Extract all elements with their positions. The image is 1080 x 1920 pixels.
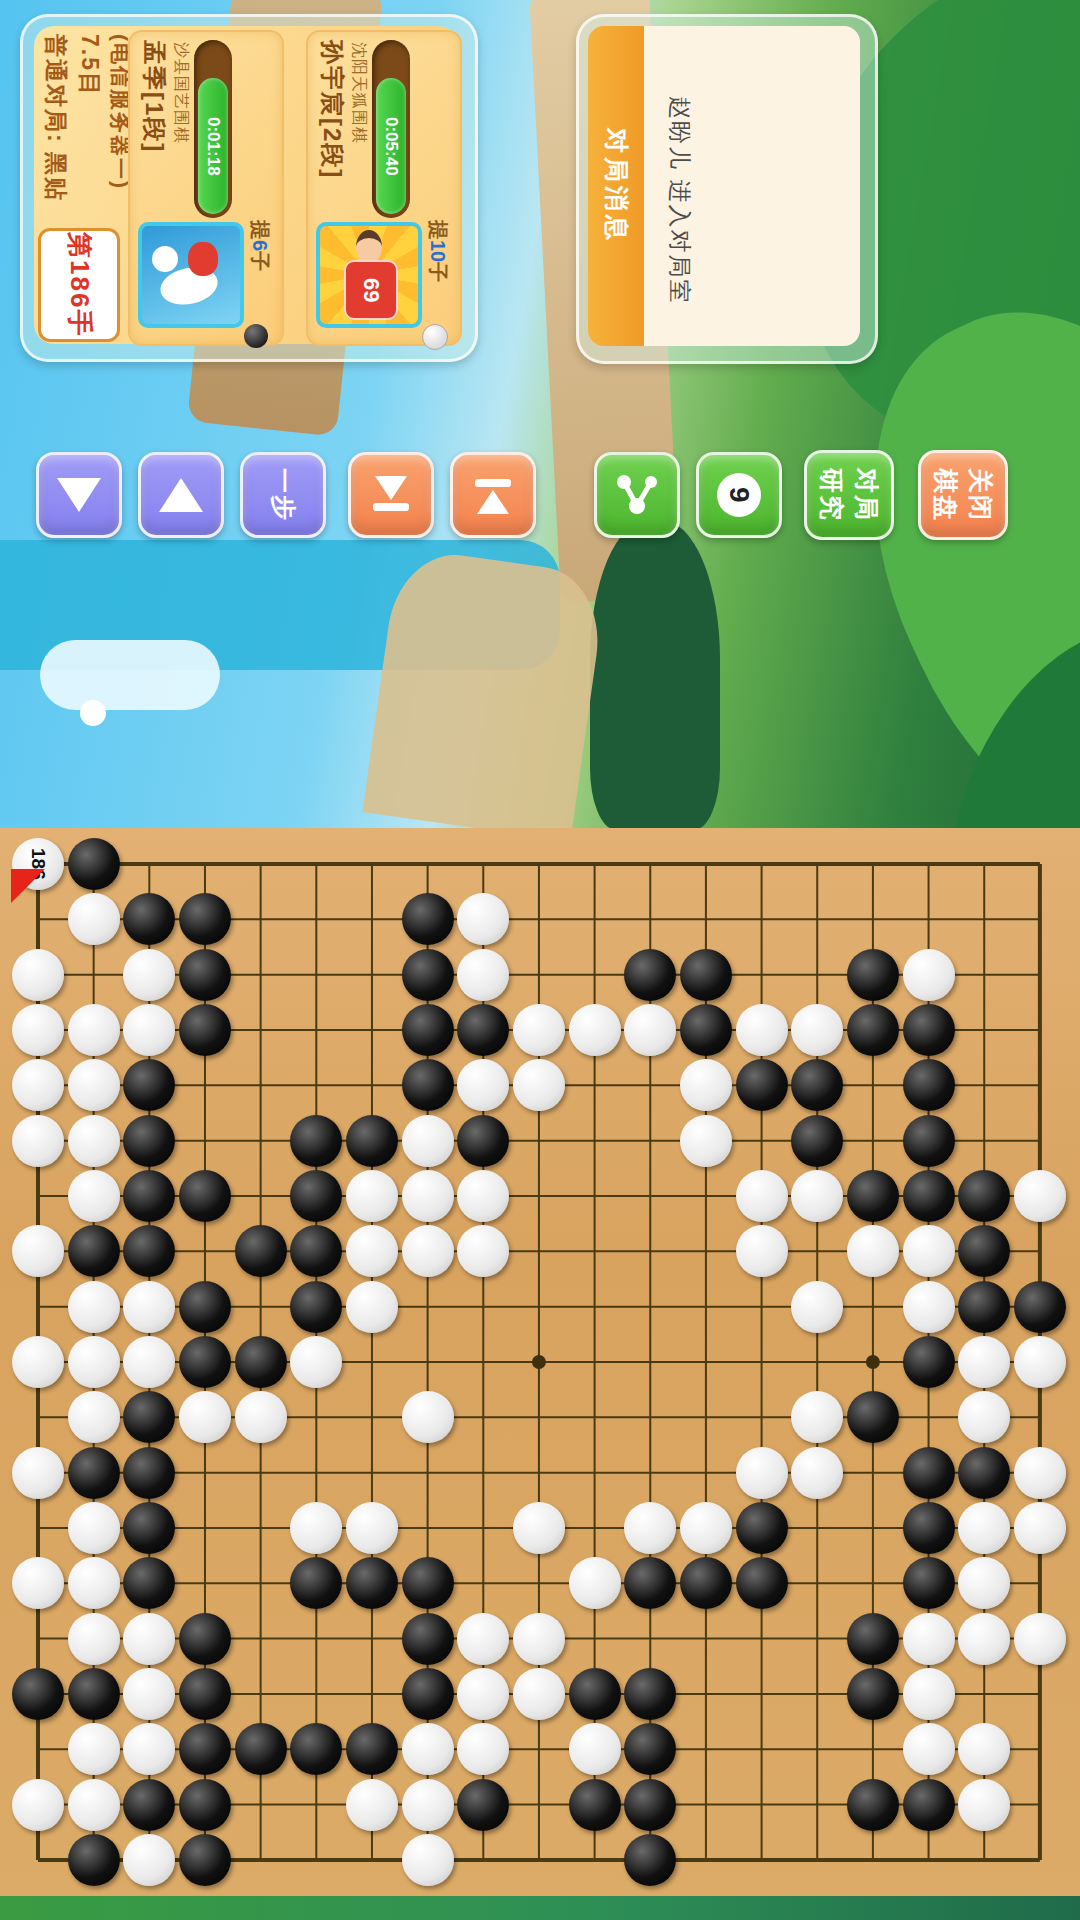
black-stone-17-10 <box>903 1336 955 1388</box>
black-stone-6-9 <box>290 1281 342 1333</box>
black-stone-7-17 <box>346 1723 398 1775</box>
black-stone-16-7 <box>847 1170 899 1222</box>
black-stone-8-14 <box>402 1557 454 1609</box>
black-stone-4-17 <box>179 1723 231 1775</box>
white-stone-2-15 <box>68 1613 120 1665</box>
white-stone-2-6 <box>68 1115 120 1167</box>
white-stone-18-18 <box>958 1779 1010 1831</box>
white-stone-3-3 <box>123 949 175 1001</box>
white-stone-7-8 <box>346 1225 398 1277</box>
badge-number: 69 <box>358 278 384 302</box>
pine-tree <box>590 520 720 830</box>
black-stone-14-14 <box>736 1557 788 1609</box>
black-stone-2-16 <box>68 1668 120 1720</box>
black-stone-2-12 <box>68 1447 120 1499</box>
white-stone-2-17 <box>68 1723 120 1775</box>
white-stone-17-15 <box>903 1613 955 1665</box>
white-stone-3-4 <box>123 1004 175 1056</box>
nav-back-button[interactable] <box>36 452 122 538</box>
nine-board-button[interactable]: 9 <box>696 452 782 538</box>
black-stone-9-18 <box>457 1779 509 1831</box>
skip-start-icon <box>477 490 509 514</box>
white-stone-4-11 <box>179 1391 231 1443</box>
white-stone-6-13 <box>290 1502 342 1554</box>
black-stone-7-6 <box>346 1115 398 1167</box>
black-stone-13-4 <box>680 1004 732 1056</box>
black-stone-4-2 <box>179 893 231 945</box>
white-stone-19-10 <box>1014 1336 1066 1388</box>
move-number-label: 第186手 <box>62 232 97 337</box>
skip-bar-icon <box>475 479 511 487</box>
white-stone-7-13 <box>346 1502 398 1554</box>
white-stone-11-14 <box>569 1557 621 1609</box>
skip-to-end-button[interactable] <box>348 452 434 538</box>
white-stone-8-8 <box>402 1225 454 1277</box>
white-stone-7-9 <box>346 1281 398 1333</box>
black-stone-3-18 <box>123 1779 175 1831</box>
white-stone-15-7 <box>791 1170 843 1222</box>
skip-bar-icon <box>373 503 409 511</box>
white-stone-2-13 <box>68 1502 120 1554</box>
black-stone-12-16 <box>624 1668 676 1720</box>
white-stone-3-10 <box>123 1336 175 1388</box>
black-stone-5-10 <box>235 1336 287 1388</box>
white-stone-12-13 <box>624 1502 676 1554</box>
black-stone-16-4 <box>847 1004 899 1056</box>
white-stone-8-7 <box>402 1170 454 1222</box>
black-stone-8-5 <box>402 1059 454 1111</box>
white-stone-11-4 <box>569 1004 621 1056</box>
black-stone-4-7 <box>179 1170 231 1222</box>
captures-label: 提6子 <box>246 220 273 324</box>
white-stone-10-16 <box>513 1668 565 1720</box>
black-stone-8-15 <box>402 1613 454 1665</box>
match-type-label: 普通对局: 黑贴 <box>40 34 71 244</box>
player-club: 沙县国艺围棋 <box>170 42 191 232</box>
white-stone-3-15 <box>123 1613 175 1665</box>
triangle-up-icon <box>159 478 203 512</box>
black-stone-9-4 <box>457 1004 509 1056</box>
black-stone-4-10 <box>179 1336 231 1388</box>
white-stone-1-5 <box>12 1059 64 1111</box>
black-stone-14-5 <box>736 1059 788 1111</box>
branch-icon <box>614 472 660 518</box>
white-stone-17-9 <box>903 1281 955 1333</box>
black-stone-5-17 <box>235 1723 287 1775</box>
white-stone-12-4 <box>624 1004 676 1056</box>
white-stone-10-15 <box>513 1613 565 1665</box>
black-stone-4-16 <box>179 1668 231 1720</box>
black-stone-11-18 <box>569 1779 621 1831</box>
black-stone-17-6 <box>903 1115 955 1167</box>
chat-message: 赵盼儿 进入对局室 <box>664 96 695 304</box>
white-stone-9-3 <box>457 949 509 1001</box>
white-stone-2-14 <box>68 1557 120 1609</box>
black-stone-17-14 <box>903 1557 955 1609</box>
white-stone-3-9 <box>123 1281 175 1333</box>
black-stone-4-15 <box>179 1613 231 1665</box>
black-stone-8-2 <box>402 893 454 945</box>
white-stone-7-18 <box>346 1779 398 1831</box>
black-stone-8-3 <box>402 949 454 1001</box>
white-stone-5-11 <box>235 1391 287 1443</box>
white-stone-15-4 <box>791 1004 843 1056</box>
captures-label: 提10子 <box>424 220 451 324</box>
white-stone-13-5 <box>680 1059 732 1111</box>
black-stone-4-3 <box>179 949 231 1001</box>
black-stone-12-3 <box>624 949 676 1001</box>
black-stone-2-19 <box>68 1834 120 1886</box>
black-stone-16-11 <box>847 1391 899 1443</box>
rider-shape <box>188 242 218 276</box>
white-stone-1-12 <box>12 1447 64 1499</box>
white-stone-14-7 <box>736 1170 788 1222</box>
black-stone-4-9 <box>179 1281 231 1333</box>
white-stone-2-4 <box>68 1004 120 1056</box>
white-stone-17-17 <box>903 1723 955 1775</box>
black-stone-11-16 <box>569 1668 621 1720</box>
white-stone-1-6 <box>12 1115 64 1167</box>
white-stone-6-10 <box>290 1336 342 1388</box>
skip-to-start-button[interactable] <box>450 452 536 538</box>
black-stone-16-16 <box>847 1668 899 1720</box>
white-stone-10-5 <box>513 1059 565 1111</box>
bird-shape <box>80 700 106 726</box>
close-board-label: 棋盘 关闭 <box>929 468 997 522</box>
white-stone-17-3 <box>903 949 955 1001</box>
timer-pill: 0:05:40 <box>376 78 406 214</box>
black-stone-8-4 <box>402 1004 454 1056</box>
white-stone-1-14 <box>12 1557 64 1609</box>
cloud-shape <box>40 640 220 710</box>
white-stone-9-15 <box>457 1613 509 1665</box>
research-button[interactable]: 研究 对局 <box>804 450 894 540</box>
white-stone-13-6 <box>680 1115 732 1167</box>
player-club: 沈阳天狐围棋 <box>348 42 369 232</box>
black-stone-indicator <box>244 324 268 348</box>
white-stone-3-16 <box>123 1668 175 1720</box>
white-stone-1-3 <box>12 949 64 1001</box>
black-stone-13-3 <box>680 949 732 1001</box>
nav-forward-button[interactable] <box>138 452 224 538</box>
black-stone-15-6 <box>791 1115 843 1167</box>
white-stone-8-19 <box>402 1834 454 1886</box>
white-stone-18-13 <box>958 1502 1010 1554</box>
white-stone-1-18 <box>12 1779 64 1831</box>
black-stone-3-12 <box>123 1447 175 1499</box>
white-stone-14-12 <box>736 1447 788 1499</box>
black-stone-9-6 <box>457 1115 509 1167</box>
black-stone-4-18 <box>179 1779 231 1831</box>
black-stone-14-13 <box>736 1502 788 1554</box>
white-stone-2-2 <box>68 893 120 945</box>
bottom-grass-strip <box>0 1896 1080 1920</box>
black-stone-12-18 <box>624 1779 676 1831</box>
black-stone-18-9 <box>958 1281 1010 1333</box>
white-stone-9-16 <box>457 1668 509 1720</box>
timer-pill: 0:01:18 <box>198 78 228 214</box>
black-stone-6-7 <box>290 1170 342 1222</box>
white-stone-2-7 <box>68 1170 120 1222</box>
one-step-button[interactable]: 一步 <box>240 452 326 538</box>
white-stone-15-9 <box>791 1281 843 1333</box>
avatar-badge: 69 <box>316 222 422 328</box>
research-label: 研究 对局 <box>815 468 883 522</box>
black-stone-17-13 <box>903 1502 955 1554</box>
last-move-corner-marker <box>11 869 45 903</box>
triangle-down-icon <box>57 478 101 512</box>
player-name: 孙宇宸[2段] <box>316 40 348 220</box>
white-stone-2-11 <box>68 1391 120 1443</box>
white-stone-7-7 <box>346 1170 398 1222</box>
app-screen: 普通对局: 黑贴 7.5目 (电信服务器一) 第186手 孟季[1段] 沙县国艺… <box>0 0 1080 1920</box>
white-stone-8-11 <box>402 1391 454 1443</box>
black-stone-19-9 <box>1014 1281 1066 1333</box>
black-stone-17-12 <box>903 1447 955 1499</box>
black-stone-3-6 <box>123 1115 175 1167</box>
message-header-label: 对局消息 <box>600 128 633 244</box>
one-step-label: 一步 <box>267 468 300 522</box>
badge-shield: 69 <box>344 260 398 320</box>
white-stone-1-10 <box>12 1336 64 1388</box>
black-stone-13-14 <box>680 1557 732 1609</box>
white-stone-2-18 <box>68 1779 120 1831</box>
black-stone-2-1 <box>68 838 120 890</box>
white-stone-14-8 <box>736 1225 788 1277</box>
white-stone-19-15 <box>1014 1613 1066 1665</box>
white-stone-18-15 <box>958 1613 1010 1665</box>
white-stone-8-6 <box>402 1115 454 1167</box>
black-stone-16-15 <box>847 1613 899 1665</box>
variation-button[interactable] <box>594 452 680 538</box>
white-stone-14-4 <box>736 1004 788 1056</box>
black-stone-17-7 <box>903 1170 955 1222</box>
white-stone-11-17 <box>569 1723 621 1775</box>
white-stone-indicator <box>422 324 448 350</box>
player-name: 孟季[1段] <box>138 40 170 220</box>
black-stone-2-8 <box>68 1225 120 1277</box>
black-stone-6-6 <box>290 1115 342 1167</box>
white-stone-10-13 <box>513 1502 565 1554</box>
black-stone-8-16 <box>402 1668 454 1720</box>
white-stone-10-4 <box>513 1004 565 1056</box>
white-stone-1-8 <box>12 1225 64 1277</box>
player-card-black: 孟季[1段] 沙县国艺围棋 0:01:18 提6子 <box>128 30 284 346</box>
black-stone-5-8 <box>235 1225 287 1277</box>
white-stone-13-13 <box>680 1502 732 1554</box>
white-stone-16-8 <box>847 1225 899 1277</box>
black-stone-4-4 <box>179 1004 231 1056</box>
white-stone-17-8 <box>903 1225 955 1277</box>
black-stone-17-4 <box>903 1004 955 1056</box>
white-stone-19-7 <box>1014 1170 1066 1222</box>
white-stone-19-13 <box>1014 1502 1066 1554</box>
white-stone-8-17 <box>402 1723 454 1775</box>
black-stone-1-16 <box>12 1668 64 1720</box>
black-stone-18-12 <box>958 1447 1010 1499</box>
timer-value: 0:01:18 <box>203 117 223 176</box>
timer-value: 0:05:40 <box>381 117 401 176</box>
black-stone-12-19 <box>624 1834 676 1886</box>
avatar-horse <box>138 222 244 328</box>
black-stone-4-19 <box>179 1834 231 1886</box>
white-stone-1-4 <box>12 1004 64 1056</box>
white-stone-2-5 <box>68 1059 120 1111</box>
path-shape <box>362 547 607 842</box>
move-number-box: 第186手 <box>38 228 120 342</box>
white-stone-18-10 <box>958 1336 1010 1388</box>
black-stone-3-7 <box>123 1170 175 1222</box>
skip-end-icon <box>375 476 407 500</box>
white-stone-19-12 <box>1014 1447 1066 1499</box>
white-stone-2-9 <box>68 1281 120 1333</box>
white-stone-8-18 <box>402 1779 454 1831</box>
nine-icon: 9 <box>717 473 761 517</box>
white-stone-15-12 <box>791 1447 843 1499</box>
face-shape <box>356 230 382 264</box>
go-board[interactable]: 186 <box>0 828 1080 1920</box>
white-stone-17-16 <box>903 1668 955 1720</box>
black-stone-17-18 <box>903 1779 955 1831</box>
white-stone-3-19 <box>123 1834 175 1886</box>
white-stone-2-10 <box>68 1336 120 1388</box>
player-card-white: 孙宇宸[2段] 沈阳天狐围棋 0:05:40 69 提10子 <box>306 30 462 346</box>
black-stone-16-3 <box>847 949 899 1001</box>
komi-label: 7.5目 <box>74 34 105 154</box>
close-board-button[interactable]: 棋盘 关闭 <box>918 450 1008 540</box>
horse-head-shape <box>152 246 178 272</box>
black-stone-16-18 <box>847 1779 899 1831</box>
black-stone-3-13 <box>123 1502 175 1554</box>
black-stone-18-7 <box>958 1170 1010 1222</box>
white-stone-9-7 <box>457 1170 509 1222</box>
black-stone-7-14 <box>346 1557 398 1609</box>
black-stone-17-5 <box>903 1059 955 1111</box>
message-panel-header: 对局消息 <box>588 26 644 346</box>
